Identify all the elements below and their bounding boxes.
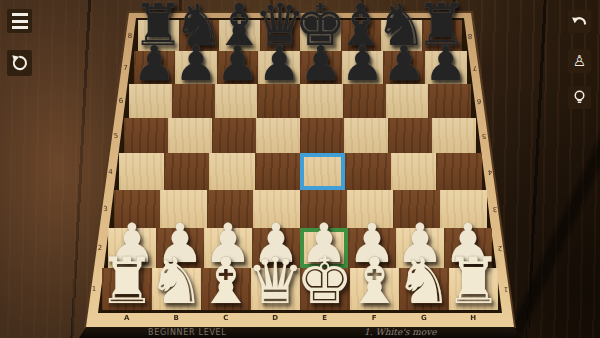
square-c4[interactable] [209,153,254,190]
piece-black-pawn-e7[interactable]: ♟ [299,39,342,87]
rank-6: 66 [129,84,471,118]
file-label-a: A [102,312,152,325]
square-d5[interactable] [256,118,300,153]
file-label-c: C [201,312,251,325]
hint-button[interactable] [568,86,591,109]
square-g5[interactable] [388,118,432,153]
square-f7[interactable]: ♟ [342,51,384,84]
pawn-icon: ♙ [573,54,586,69]
piece-black-pawn-c7[interactable]: ♟ [216,39,259,87]
rank-label-right-5: 5 [478,132,490,140]
difficulty-level-label: BEGINNER LEVEL [148,328,227,337]
rank-label-left-7: 7 [120,64,132,72]
rotate-icon [11,54,29,72]
square-e5[interactable] [300,118,344,153]
square-d6[interactable] [257,84,300,118]
square-a7[interactable]: ♟ [134,51,176,84]
move-status-label: 1. White's move [364,327,437,337]
square-b5[interactable] [168,118,212,153]
square-f6[interactable] [343,84,386,118]
rank-label-right-1: 1 [500,285,512,293]
square-g6[interactable] [386,84,429,118]
square-a6[interactable] [129,84,172,118]
menu-button[interactable] [7,9,32,33]
file-label-h: H [449,312,499,325]
flip-board-button[interactable] [7,50,32,76]
rank-label-right-6: 6 [473,97,485,105]
chess-board: ♜♞♝♛♚♝♞♜88♟♟♟♟♟♟♟♟7766554433♟♟♟♟♟♟♟♟22♜♞… [0,20,600,310]
square-g7[interactable]: ♟ [383,51,425,84]
piece-black-pawn-d7[interactable]: ♟ [258,39,301,87]
piece-black-pawn-a7[interactable]: ♟ [133,39,176,87]
rank-4: 44 [119,153,482,190]
file-label-b: B [152,312,202,325]
file-label-f: F [350,312,400,325]
status-bar: BEGINNER LEVEL 1. White's move [0,327,600,338]
square-e7[interactable]: ♟ [300,51,342,84]
square-h5[interactable] [432,118,476,153]
file-label-d: D [251,312,301,325]
file-labels: ABCDEFGH [102,312,498,325]
square-h4[interactable] [436,153,481,190]
square-b6[interactable] [172,84,215,118]
square-a4[interactable] [119,153,164,190]
square-c6[interactable] [215,84,258,118]
piece-black-pawn-f7[interactable]: ♟ [341,39,384,87]
square-h6[interactable] [428,84,471,118]
rank-1: ♜♞♝♛♚♝♞♜11 [102,268,498,310]
piece-black-pawn-b7[interactable]: ♟ [174,39,217,87]
rank-label-right-4: 4 [484,168,496,176]
square-g1[interactable]: ♞ [399,268,449,310]
square-e4[interactable] [300,153,345,190]
square-f5[interactable] [344,118,388,153]
square-d4[interactable] [255,153,300,190]
square-b7[interactable]: ♟ [175,51,217,84]
piece-black-pawn-h7[interactable]: ♟ [424,39,467,87]
side-select-button[interactable]: ♙ [568,49,591,73]
file-label-e: E [300,312,350,325]
square-e1[interactable]: ♚ [300,268,350,310]
square-a1[interactable]: ♜ [102,268,152,310]
square-b4[interactable] [164,153,209,190]
square-c7[interactable]: ♟ [217,51,259,84]
square-f1[interactable]: ♝ [350,268,400,310]
file-label-g: G [399,312,449,325]
lightbulb-icon [571,89,588,106]
square-h7[interactable]: ♟ [425,51,467,84]
square-d1[interactable]: ♛ [251,268,301,310]
undo-move-button[interactable] [568,10,591,33]
piece-white-rook-h1[interactable]: ♜ [445,249,502,313]
square-h1[interactable]: ♜ [449,268,499,310]
square-b1[interactable]: ♞ [152,268,202,310]
rank-label-left-4: 4 [105,168,117,176]
rank-label-right-7: 7 [469,64,481,72]
square-c5[interactable] [212,118,256,153]
piece-black-pawn-g7[interactable]: ♟ [383,39,426,87]
rank-7: ♟♟♟♟♟♟♟♟77 [134,51,467,84]
square-d7[interactable]: ♟ [258,51,300,84]
rank-label-left-5: 5 [110,132,122,140]
undo-arrow-icon [571,13,588,30]
square-f4[interactable] [345,153,390,190]
app-screen: ♜♞♝♛♚♝♞♜88♟♟♟♟♟♟♟♟7766554433♟♟♟♟♟♟♟♟22♜♞… [0,0,600,338]
hamburger-icon [12,12,28,31]
square-a5[interactable] [124,118,168,153]
square-e6[interactable] [300,84,343,118]
rank-label-left-6: 6 [115,97,127,105]
square-g4[interactable] [391,153,436,190]
rank-5: 55 [124,118,476,153]
square-c1[interactable]: ♝ [201,268,251,310]
rank-label-left-1: 1 [88,285,100,293]
